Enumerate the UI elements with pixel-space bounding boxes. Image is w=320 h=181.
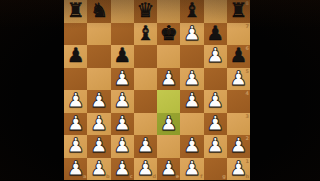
square-d4[interactable] [134,90,157,113]
white-pawn-g6: ♟︎ [206,45,224,65]
black-rook-h8: ♜︎ [229,0,247,20]
white-pawn-d2: ♟︎ [136,135,154,155]
white-pawn-b3: ♟︎ [90,113,108,133]
square-d5[interactable] [134,68,157,91]
square-f5[interactable]: ♟︎ [180,68,203,91]
square-g8[interactable] [204,0,227,23]
square-h7[interactable]: 7 [227,23,250,46]
square-b8[interactable]: ♞︎ [87,0,110,23]
square-g6[interactable]: ♟︎ [204,45,227,68]
square-a7[interactable] [64,23,87,46]
black-pawn-c6: ♟︎ [113,45,131,65]
square-h8[interactable]: ♜︎8 [227,0,250,23]
square-g3[interactable]: ♟︎ [204,113,227,136]
white-pawn-b2: ♟︎ [90,135,108,155]
square-f1[interactable]: ♟︎f [180,158,203,181]
square-b4[interactable]: ♟︎ [87,90,110,113]
square-d8[interactable]: ♛︎ [134,0,157,23]
square-c8[interactable] [111,0,134,23]
square-h2[interactable]: ♟︎2 [227,135,250,158]
chess-board: ♜︎♞︎♛︎♝︎♜︎8♝︎♚︎♟︎♟︎7♟︎♟︎♟︎♟︎6♟︎♟︎♟︎♟︎5♟︎… [64,0,250,180]
white-pawn-h1: ♟︎ [229,158,247,178]
coord-rank-4: 4 [246,91,249,96]
square-b1[interactable]: ♟︎b [87,158,110,181]
white-pawn-b1: ♟︎ [90,158,108,178]
square-d2[interactable]: ♟︎ [134,135,157,158]
square-e8[interactable] [157,0,180,23]
square-h1[interactable]: ♟︎1h [227,158,250,181]
white-pawn-h5: ♟︎ [229,68,247,88]
square-h3[interactable]: 3 [227,113,250,136]
white-pawn-d1: ♟︎ [136,158,154,178]
white-pawn-b4: ♟︎ [90,90,108,110]
square-c1[interactable]: ♟︎c [111,158,134,181]
square-e2[interactable] [157,135,180,158]
square-f7[interactable]: ♟︎ [180,23,203,46]
white-pawn-a3: ♟︎ [67,113,85,133]
square-d1[interactable]: ♟︎d [134,158,157,181]
square-e1[interactable]: ♟︎e [157,158,180,181]
white-pawn-a4: ♟︎ [67,90,85,110]
black-pawn-h6: ♟︎ [229,45,247,65]
black-pawn-a6: ♟︎ [67,45,85,65]
white-pawn-c2: ♟︎ [113,135,131,155]
square-d7[interactable]: ♝︎ [134,23,157,46]
square-g4[interactable]: ♟︎ [204,90,227,113]
square-c6[interactable]: ♟︎ [111,45,134,68]
square-b5[interactable] [87,68,110,91]
white-pawn-c4: ♟︎ [113,90,131,110]
square-h5[interactable]: ♟︎5 [227,68,250,91]
coord-rank-3: 3 [246,114,249,119]
black-king-e7: ♚︎ [160,23,178,43]
video-frame: ♜︎♞︎♛︎♝︎♜︎8♝︎♚︎♟︎♟︎7♟︎♟︎♟︎♟︎6♟︎♟︎♟︎♟︎5♟︎… [0,0,320,180]
square-a5[interactable] [64,68,87,91]
square-f4[interactable]: ♟︎ [180,90,203,113]
square-e6[interactable] [157,45,180,68]
white-pawn-c1: ♟︎ [113,158,131,178]
black-pawn-g7: ♟︎ [206,23,224,43]
letterbox-right [250,0,320,180]
white-pawn-a1: ♟︎ [67,158,85,178]
black-knight-b8: ♞︎ [90,0,108,20]
square-a6[interactable]: ♟︎ [64,45,87,68]
square-g2[interactable]: ♟︎ [204,135,227,158]
square-f8[interactable]: ♝︎ [180,0,203,23]
white-pawn-c5: ♟︎ [113,68,131,88]
black-bishop-d7: ♝︎ [136,23,154,43]
coord-rank-7: 7 [246,24,249,29]
white-pawn-f5: ♟︎ [183,68,201,88]
square-a8[interactable]: ♜︎ [64,0,87,23]
square-f3[interactable] [180,113,203,136]
square-a3[interactable]: ♟︎ [64,113,87,136]
square-e4[interactable] [157,90,180,113]
white-pawn-e1: ♟︎ [160,158,178,178]
square-b3[interactable]: ♟︎ [87,113,110,136]
white-pawn-f1: ♟︎ [183,158,201,178]
square-d3[interactable] [134,113,157,136]
white-pawn-h2: ♟︎ [229,135,247,155]
square-c7[interactable] [111,23,134,46]
square-a1[interactable]: ♟︎a [64,158,87,181]
square-c5[interactable]: ♟︎ [111,68,134,91]
white-pawn-f2: ♟︎ [183,135,201,155]
white-pawn-g2: ♟︎ [206,135,224,155]
square-b7[interactable] [87,23,110,46]
square-e7[interactable]: ♚︎ [157,23,180,46]
white-pawn-a2: ♟︎ [67,135,85,155]
square-h4[interactable]: 4 [227,90,250,113]
square-c2[interactable]: ♟︎ [111,135,134,158]
square-f2[interactable]: ♟︎ [180,135,203,158]
square-b6[interactable] [87,45,110,68]
square-g5[interactable] [204,68,227,91]
coord-file-g: g [222,174,226,179]
white-pawn-e3: ♟︎ [160,113,178,133]
square-d6[interactable] [134,45,157,68]
white-pawn-g4: ♟︎ [206,90,224,110]
white-pawn-g3: ♟︎ [206,113,224,133]
square-e3[interactable]: ♟︎ [157,113,180,136]
square-b2[interactable]: ♟︎ [87,135,110,158]
black-bishop-f8: ♝︎ [183,0,201,20]
square-a4[interactable]: ♟︎ [64,90,87,113]
white-pawn-f7: ♟︎ [183,23,201,43]
square-g1[interactable]: g [204,158,227,181]
letterbox-left [0,0,64,180]
white-pawn-e5: ♟︎ [160,68,178,88]
square-c4[interactable]: ♟︎ [111,90,134,113]
white-pawn-f4: ♟︎ [183,90,201,110]
square-e5[interactable]: ♟︎ [157,68,180,91]
white-pawn-c3: ♟︎ [113,113,131,133]
square-f6[interactable] [180,45,203,68]
square-g7[interactable]: ♟︎ [204,23,227,46]
black-rook-a8: ♜︎ [67,0,85,20]
square-a2[interactable]: ♟︎ [64,135,87,158]
square-c3[interactable]: ♟︎ [111,113,134,136]
square-h6[interactable]: ♟︎6 [227,45,250,68]
black-queen-d8: ♛︎ [136,0,154,20]
